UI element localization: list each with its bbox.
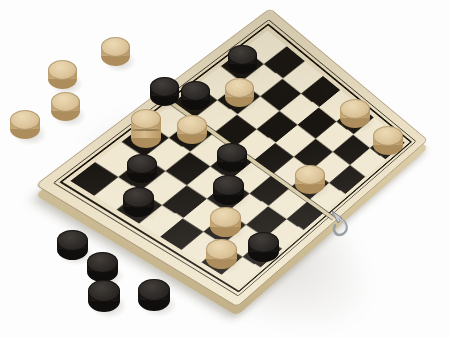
checker-piece-dark	[127, 154, 157, 183]
checker-piece-light	[206, 239, 237, 269]
checker-piece-dark	[213, 175, 244, 205]
checker-piece-light	[51, 92, 80, 121]
checker-piece-light	[225, 78, 254, 107]
checker-piece-dark	[138, 279, 170, 311]
checker-piece-dark	[228, 45, 257, 74]
checker-piece-light	[10, 110, 40, 139]
checker-piece-light-stacked	[131, 109, 161, 148]
checker-piece-light	[210, 207, 241, 237]
checker-piece-dark	[248, 232, 279, 262]
checker-piece-light	[373, 126, 403, 155]
checker-piece-dark	[181, 81, 210, 110]
checker-piece-light	[295, 165, 325, 194]
latch-clasp-icon	[328, 210, 354, 240]
checker-piece-light	[340, 99, 370, 128]
checker-piece-dark	[123, 187, 154, 217]
checker-piece-light	[101, 37, 130, 66]
checker-piece-dark	[57, 230, 88, 260]
product-photo-scene	[0, 0, 450, 338]
checker-piece-dark	[150, 77, 179, 106]
checker-piece-light	[177, 115, 207, 144]
checker-piece-dark	[87, 252, 118, 282]
checker-piece-light	[48, 60, 77, 89]
checker-piece-dark	[217, 143, 247, 172]
checker-piece-dark	[88, 280, 120, 312]
